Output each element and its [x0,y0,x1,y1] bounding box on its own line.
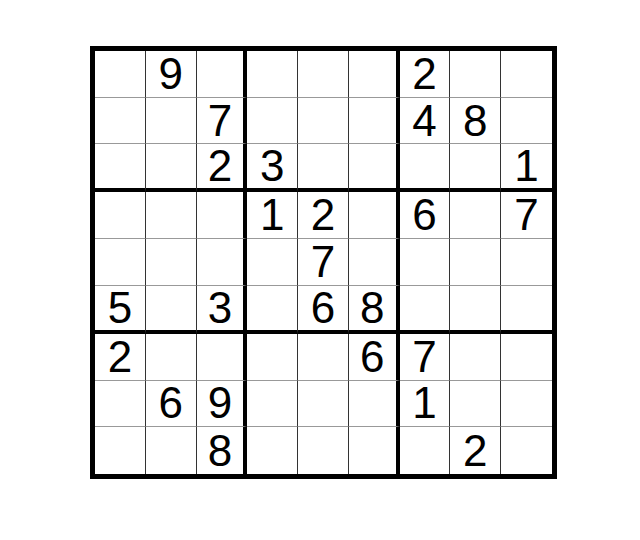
cell-r5c9[interactable] [501,239,552,286]
cell-r9c7[interactable] [400,427,451,474]
cell-r9c1[interactable] [95,427,146,474]
cell-r4c5[interactable]: 2 [298,192,349,239]
cell-r3c5[interactable] [298,144,349,192]
cell-r8c2[interactable]: 6 [146,381,197,428]
cell-r3c4[interactable]: 3 [247,144,298,192]
cell-r5c1[interactable] [95,239,146,286]
cell-r5c3[interactable] [197,239,248,286]
cell-r7c1[interactable]: 2 [95,334,146,381]
cell-r3c8[interactable] [450,144,501,192]
cell-r1c6[interactable] [349,51,400,98]
cell-r2c1[interactable] [95,98,146,145]
cell-r2c5[interactable] [298,98,349,145]
cell-r1c9[interactable] [501,51,552,98]
cell-r3c1[interactable] [95,144,146,192]
cell-r5c2[interactable] [146,239,197,286]
sudoku-board: 9274823112677536826769182 [90,46,557,479]
cell-r8c6[interactable] [349,381,400,428]
cell-r5c6[interactable] [349,239,400,286]
cell-r3c9[interactable]: 1 [501,144,552,192]
cell-r9c3[interactable]: 8 [197,427,248,474]
cell-r6c5[interactable]: 6 [298,286,349,334]
cell-r1c1[interactable] [95,51,146,98]
cell-r7c5[interactable] [298,334,349,381]
cell-r4c8[interactable] [450,192,501,239]
cell-r7c8[interactable] [450,334,501,381]
cell-r9c5[interactable] [298,427,349,474]
cell-r4c9[interactable]: 7 [501,192,552,239]
page: { "game": "sudoku", "position": "0900002… [0,0,640,540]
cell-r6c2[interactable] [146,286,197,334]
cell-r8c7[interactable]: 1 [400,381,451,428]
cell-r7c3[interactable] [197,334,248,381]
cell-r1c5[interactable] [298,51,349,98]
cell-r4c3[interactable] [197,192,248,239]
cell-r3c7[interactable] [400,144,451,192]
cell-r1c3[interactable] [197,51,248,98]
cell-r6c4[interactable] [247,286,298,334]
cell-r8c9[interactable] [501,381,552,428]
cell-r6c8[interactable] [450,286,501,334]
cell-r6c7[interactable] [400,286,451,334]
cell-r2c7[interactable]: 4 [400,98,451,145]
cell-r4c7[interactable]: 6 [400,192,451,239]
cell-r8c1[interactable] [95,381,146,428]
cell-r5c8[interactable] [450,239,501,286]
cell-r8c3[interactable]: 9 [197,381,248,428]
cell-r2c2[interactable] [146,98,197,145]
cell-r7c2[interactable] [146,334,197,381]
cell-r4c2[interactable] [146,192,197,239]
cell-r5c7[interactable] [400,239,451,286]
cell-r1c8[interactable] [450,51,501,98]
cell-r1c7[interactable]: 2 [400,51,451,98]
cell-r4c1[interactable] [95,192,146,239]
cell-r6c9[interactable] [501,286,552,334]
cell-r7c4[interactable] [247,334,298,381]
cell-r2c6[interactable] [349,98,400,145]
cell-r3c3[interactable]: 2 [197,144,248,192]
cell-r7c6[interactable]: 6 [349,334,400,381]
cell-r2c8[interactable]: 8 [450,98,501,145]
cell-r9c2[interactable] [146,427,197,474]
cell-r9c4[interactable] [247,427,298,474]
cell-r4c6[interactable] [349,192,400,239]
cell-r8c8[interactable] [450,381,501,428]
cell-r2c3[interactable]: 7 [197,98,248,145]
cell-r7c7[interactable]: 7 [400,334,451,381]
cell-r8c5[interactable] [298,381,349,428]
cell-r2c4[interactable] [247,98,298,145]
cell-r6c1[interactable]: 5 [95,286,146,334]
cell-r2c9[interactable] [501,98,552,145]
cell-r9c6[interactable] [349,427,400,474]
cell-r3c6[interactable] [349,144,400,192]
cell-r1c4[interactable] [247,51,298,98]
cell-r4c4[interactable]: 1 [247,192,298,239]
cell-r6c3[interactable]: 3 [197,286,248,334]
cell-r9c8[interactable]: 2 [450,427,501,474]
cell-r3c2[interactable] [146,144,197,192]
cell-r7c9[interactable] [501,334,552,381]
cell-r5c5[interactable]: 7 [298,239,349,286]
cell-r6c6[interactable]: 8 [349,286,400,334]
cell-r1c2[interactable]: 9 [146,51,197,98]
cell-r9c9[interactable] [501,427,552,474]
cell-r5c4[interactable] [247,239,298,286]
cell-r8c4[interactable] [247,381,298,428]
